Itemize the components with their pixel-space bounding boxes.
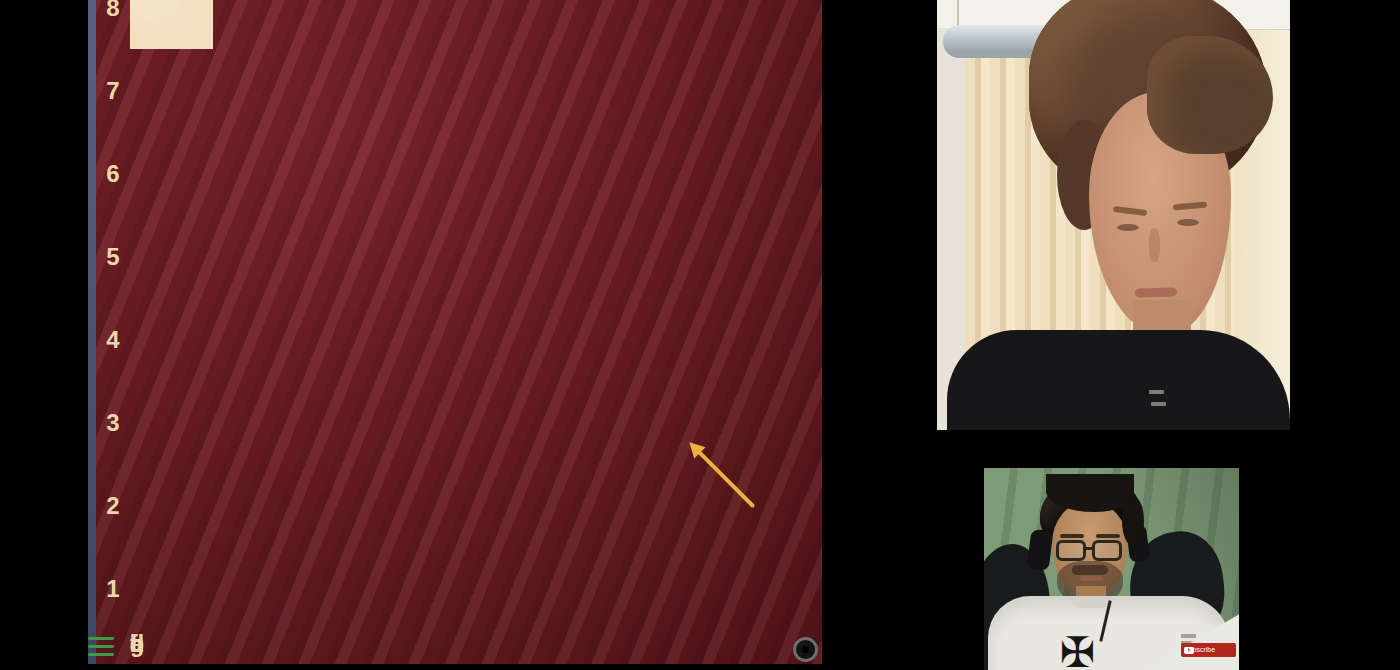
rank-label-2: 2 bbox=[96, 464, 130, 547]
commentator-mustache bbox=[1072, 565, 1108, 575]
commentator-eyebrow bbox=[1096, 534, 1120, 538]
file-labels: abcdefgh bbox=[130, 630, 794, 660]
rank-label-5: 5 bbox=[96, 215, 130, 298]
stream-layout: 87654321 ♚♟♝♚♟♝ abcdefgh bbox=[0, 0, 1400, 670]
glasses-bridge bbox=[1084, 547, 1094, 550]
glasses-lens-right bbox=[1092, 540, 1122, 561]
rank-label-6: 6 bbox=[96, 132, 130, 215]
commentator-hair-curl bbox=[1122, 496, 1144, 546]
curtain-bracket bbox=[957, 0, 959, 28]
rank-label-8: 8 bbox=[96, 0, 130, 49]
player-mouth bbox=[1135, 287, 1177, 297]
player-eye bbox=[1177, 219, 1199, 226]
hamburger-menu-icon[interactable] bbox=[88, 637, 114, 658]
file-label-h: h bbox=[130, 630, 144, 658]
shirt-cross-graphic: ✠ bbox=[1060, 632, 1095, 670]
player-shirt bbox=[947, 330, 1290, 430]
settings-icon[interactable] bbox=[793, 637, 818, 662]
rank-label-4: 4 bbox=[96, 298, 130, 381]
chess-board-frame: 87654321 ♚♟♝♚♟♝ abcdefgh bbox=[96, 0, 822, 664]
rank-label-3: 3 bbox=[96, 381, 130, 464]
player-hair-fringe bbox=[1147, 36, 1273, 154]
chess-board[interactable]: ♚♟♝♚♟♝ bbox=[130, 0, 794, 630]
player-nose bbox=[1149, 228, 1160, 262]
subscribe-badge[interactable]: Subscribe bbox=[1181, 643, 1236, 657]
rank-labels: 87654321 bbox=[96, 0, 130, 630]
subscribe-badge-label: Subscribe bbox=[1184, 643, 1215, 657]
commentator-mouth bbox=[1080, 576, 1102, 581]
board-accent-strip bbox=[88, 0, 96, 664]
glasses-lens-left bbox=[1056, 540, 1086, 561]
rank-label-1: 1 bbox=[96, 547, 130, 630]
player-eye bbox=[1117, 224, 1139, 231]
webcam-player bbox=[937, 0, 1290, 430]
square-h1[interactable] bbox=[130, 0, 213, 49]
rank-label-7: 7 bbox=[96, 49, 130, 132]
webcam-commentator: ✠ Subscribe bbox=[984, 468, 1239, 670]
commentator-eyebrow bbox=[1060, 534, 1084, 538]
